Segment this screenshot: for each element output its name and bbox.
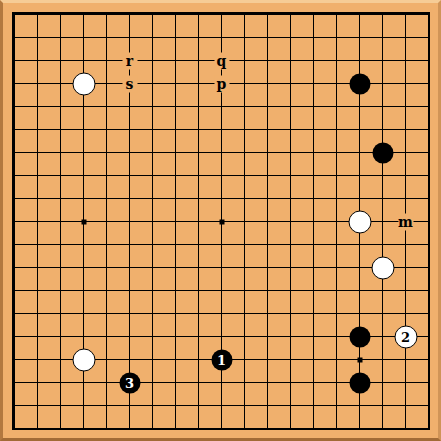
black-stone-R13: [372, 142, 393, 163]
letter-p-K16: p: [214, 75, 229, 92]
goban-grid: rsqpm213: [12, 12, 430, 430]
white-stone-Q10: [348, 210, 371, 233]
hoshi-K10: [219, 219, 224, 224]
white-stone-D16: [72, 72, 95, 95]
black-stone-Q3: [349, 372, 370, 393]
black-stone-F3-move-3: 3: [119, 372, 140, 393]
letter-q-K17: q: [214, 52, 229, 69]
hoshi-D10: [81, 219, 86, 224]
white-stone-S5-move-2: 2: [394, 325, 417, 348]
black-stone-Q5: [349, 326, 370, 347]
letter-r-F17: r: [122, 52, 137, 69]
letter-s-F16: s: [122, 75, 137, 92]
black-stone-K4-move-1: 1: [211, 349, 232, 370]
black-stone-Q16: [349, 73, 370, 94]
go-board: rsqpm213: [0, 0, 441, 441]
white-stone-D4: [72, 348, 95, 371]
letter-m-S10: m: [398, 213, 413, 230]
white-stone-R8: [371, 256, 394, 279]
hoshi-Q4: [357, 357, 362, 362]
